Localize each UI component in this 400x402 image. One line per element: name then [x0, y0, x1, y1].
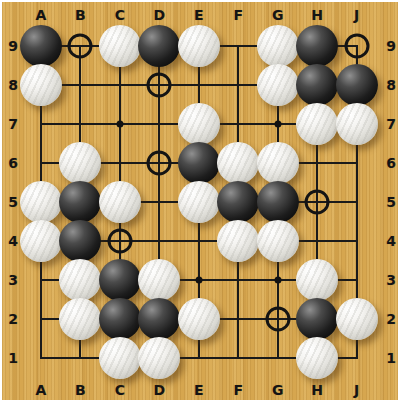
white-stone-B2[interactable]: [59, 298, 101, 340]
black-stone-F5[interactable]: [217, 181, 259, 223]
white-stone-J7[interactable]: [336, 103, 378, 145]
coord-label-bottom-C: C: [115, 383, 125, 397]
coord-label-left-5: 5: [8, 195, 18, 209]
white-stone-G6[interactable]: [257, 142, 299, 184]
coord-label-top-B: B: [75, 8, 86, 22]
coord-label-left-3: 3: [8, 273, 18, 287]
white-stone-D1[interactable]: [138, 337, 180, 379]
coord-label-bottom-A: A: [36, 383, 47, 397]
circle-marker-D6[interactable]: [147, 151, 172, 176]
coord-label-top-G: G: [272, 8, 284, 22]
white-stone-A8[interactable]: [20, 64, 62, 106]
black-stone-C3[interactable]: [99, 259, 141, 301]
white-stone-G4[interactable]: [257, 220, 299, 262]
coord-label-right-9: 9: [386, 39, 396, 53]
black-stone-C2[interactable]: [99, 298, 141, 340]
coord-label-right-8: 8: [386, 78, 396, 92]
coord-label-right-5: 5: [386, 195, 396, 209]
white-stone-E9[interactable]: [178, 25, 220, 67]
coord-label-right-4: 4: [386, 234, 396, 248]
black-stone-G5[interactable]: [257, 181, 299, 223]
coord-label-left-1: 1: [8, 351, 18, 365]
white-stone-C9[interactable]: [99, 25, 141, 67]
black-stone-H2[interactable]: [296, 298, 338, 340]
coord-label-left-8: 8: [8, 78, 18, 92]
coord-label-bottom-J: J: [354, 383, 359, 397]
coord-label-bottom-D: D: [154, 383, 166, 397]
coord-label-bottom-B: B: [75, 383, 86, 397]
white-stone-J2[interactable]: [336, 298, 378, 340]
white-stone-F4[interactable]: [217, 220, 259, 262]
white-stone-E5[interactable]: [178, 181, 220, 223]
white-stone-H3[interactable]: [296, 259, 338, 301]
coord-label-left-7: 7: [8, 117, 18, 131]
white-stone-H1[interactable]: [296, 337, 338, 379]
black-stone-J8[interactable]: [336, 64, 378, 106]
white-stone-B6[interactable]: [59, 142, 101, 184]
white-stone-G8[interactable]: [257, 64, 299, 106]
white-stone-F6[interactable]: [217, 142, 259, 184]
coord-label-left-9: 9: [8, 39, 18, 53]
white-stone-C5[interactable]: [99, 181, 141, 223]
white-stone-D3[interactable]: [138, 259, 180, 301]
coord-label-top-E: E: [194, 8, 204, 22]
black-stone-D9[interactable]: [138, 25, 180, 67]
go-board[interactable]: AABBCCDDEEFFGGHHJJ998877665544332211: [2, 2, 398, 400]
coord-label-right-3: 3: [386, 273, 396, 287]
coord-label-bottom-F: F: [233, 383, 243, 397]
star-point-E3: [195, 277, 202, 284]
coord-label-top-C: C: [115, 8, 125, 22]
white-stone-C1[interactable]: [99, 337, 141, 379]
coord-label-bottom-G: G: [272, 383, 284, 397]
white-stone-G9[interactable]: [257, 25, 299, 67]
coord-label-top-J: J: [354, 8, 359, 22]
coord-label-right-2: 2: [386, 312, 396, 326]
coord-label-top-F: F: [233, 8, 243, 22]
circle-marker-G2[interactable]: [265, 307, 290, 332]
coord-label-right-1: 1: [386, 351, 396, 365]
black-stone-B5[interactable]: [59, 181, 101, 223]
coord-label-bottom-H: H: [311, 383, 323, 397]
coord-label-bottom-E: E: [194, 383, 204, 397]
white-stone-E7[interactable]: [178, 103, 220, 145]
screenshot-root: AABBCCDDEEFFGGHHJJ998877665544332211: [0, 0, 400, 402]
coord-label-left-6: 6: [8, 156, 18, 170]
star-point-C7: [116, 121, 123, 128]
circle-marker-B9[interactable]: [68, 34, 93, 59]
white-stone-A4[interactable]: [20, 220, 62, 262]
coord-label-left-4: 4: [8, 234, 18, 248]
coord-label-top-H: H: [311, 8, 323, 22]
white-stone-B3[interactable]: [59, 259, 101, 301]
star-point-G3: [274, 277, 281, 284]
white-stone-E2[interactable]: [178, 298, 220, 340]
black-stone-D2[interactable]: [138, 298, 180, 340]
black-stone-B4[interactable]: [59, 220, 101, 262]
black-stone-H8[interactable]: [296, 64, 338, 106]
star-point-G7: [274, 121, 281, 128]
black-stone-E6[interactable]: [178, 142, 220, 184]
circle-marker-C4[interactable]: [107, 229, 132, 254]
circle-marker-H5[interactable]: [305, 190, 330, 215]
white-stone-H7[interactable]: [296, 103, 338, 145]
coord-label-right-7: 7: [386, 117, 396, 131]
circle-marker-D8[interactable]: [147, 73, 172, 98]
coord-label-left-2: 2: [8, 312, 18, 326]
coord-label-top-D: D: [154, 8, 166, 22]
white-stone-A5[interactable]: [20, 181, 62, 223]
black-stone-A9[interactable]: [20, 25, 62, 67]
coord-label-right-6: 6: [386, 156, 396, 170]
coord-label-top-A: A: [36, 8, 47, 22]
black-stone-H9[interactable]: [296, 25, 338, 67]
circle-marker-J9[interactable]: [344, 34, 369, 59]
